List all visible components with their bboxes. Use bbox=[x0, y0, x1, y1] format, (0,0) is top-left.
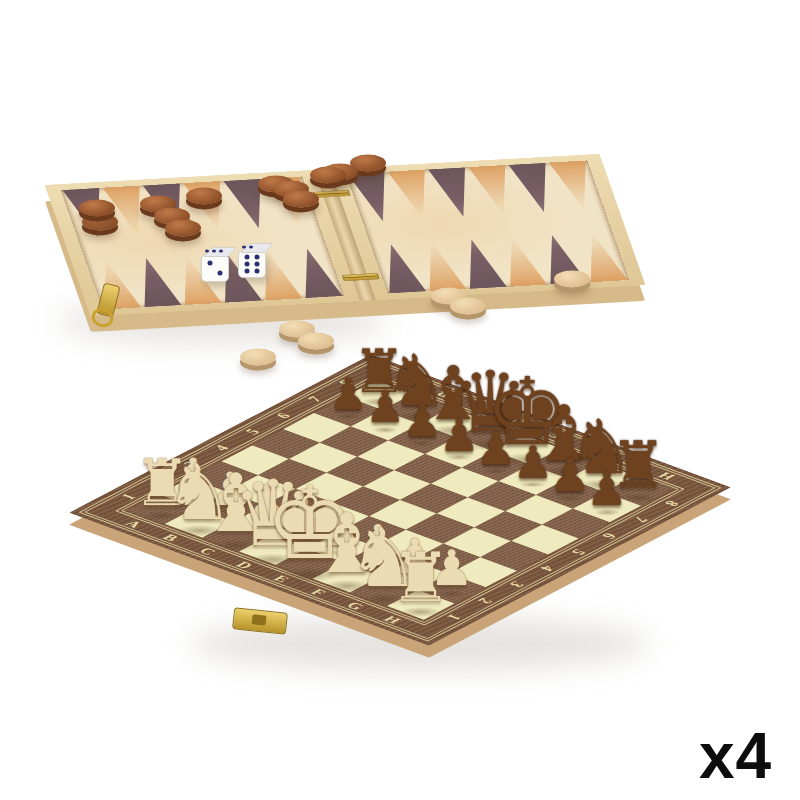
coord-file-bottom: C bbox=[196, 546, 219, 556]
coord-file-bottom: F bbox=[308, 587, 329, 597]
backgammon-point-dark bbox=[371, 243, 428, 294]
coord-rank-right: 3 bbox=[506, 580, 527, 589]
coord-file-top: C bbox=[470, 403, 493, 413]
coord-file-top: H bbox=[655, 471, 679, 482]
backgammon-point-row bbox=[61, 176, 320, 238]
chess-grid bbox=[128, 380, 672, 619]
coord-file-bottom: E bbox=[271, 574, 293, 584]
coord-file-top: D bbox=[507, 416, 530, 426]
coord-rank-right: 7 bbox=[630, 515, 651, 524]
coord-rank-left: 1 bbox=[118, 492, 139, 501]
backgammon-point-row bbox=[86, 248, 345, 310]
coord-rank-right: 4 bbox=[537, 564, 558, 573]
coord-rank-left: 8 bbox=[335, 379, 356, 388]
backgammon-point-light bbox=[262, 176, 319, 227]
quantity-label: x4 bbox=[699, 724, 772, 788]
backgammon-playing-surface bbox=[346, 160, 630, 293]
coord-file-bottom: H bbox=[381, 614, 405, 625]
coord-rank-left: 3 bbox=[180, 460, 201, 469]
coord-file-bottom: B bbox=[160, 533, 182, 543]
backgammon-checker-natural bbox=[240, 349, 276, 366]
coord-rank-right: 2 bbox=[475, 597, 496, 606]
coord-rank-left: 2 bbox=[149, 476, 170, 485]
coord-file-bottom: G bbox=[344, 601, 368, 612]
coord-file-top: E bbox=[544, 430, 566, 440]
backgammon-point-row bbox=[371, 232, 630, 294]
coord-file-top: F bbox=[582, 444, 603, 454]
coord-rank-right: 1 bbox=[444, 613, 465, 622]
coord-file-top: B bbox=[434, 389, 456, 399]
chess-board: AABBCCDDEEFFGGHH1122334455667788 bbox=[69, 354, 731, 645]
backgammon-point-row bbox=[346, 160, 605, 222]
coord-rank-left: 5 bbox=[242, 427, 263, 436]
coord-rank-right: 5 bbox=[568, 548, 589, 557]
backgammon-point-light bbox=[547, 160, 604, 211]
coord-rank-right: 8 bbox=[661, 499, 682, 508]
coord-file-top: A bbox=[396, 375, 419, 385]
product-photo-scene: AABBCCDDEEFFGGHH1122334455667788 ♜♞♝♛♚♝♞… bbox=[0, 0, 800, 800]
coord-file-bottom: D bbox=[233, 560, 256, 570]
coord-file-bottom: A bbox=[122, 519, 145, 529]
coord-rank-right: 6 bbox=[599, 532, 620, 541]
coord-rank-left: 7 bbox=[304, 395, 325, 404]
coord-rank-left: 6 bbox=[273, 411, 294, 420]
coord-file-top: G bbox=[618, 457, 642, 468]
coord-rank-left: 4 bbox=[211, 444, 232, 453]
